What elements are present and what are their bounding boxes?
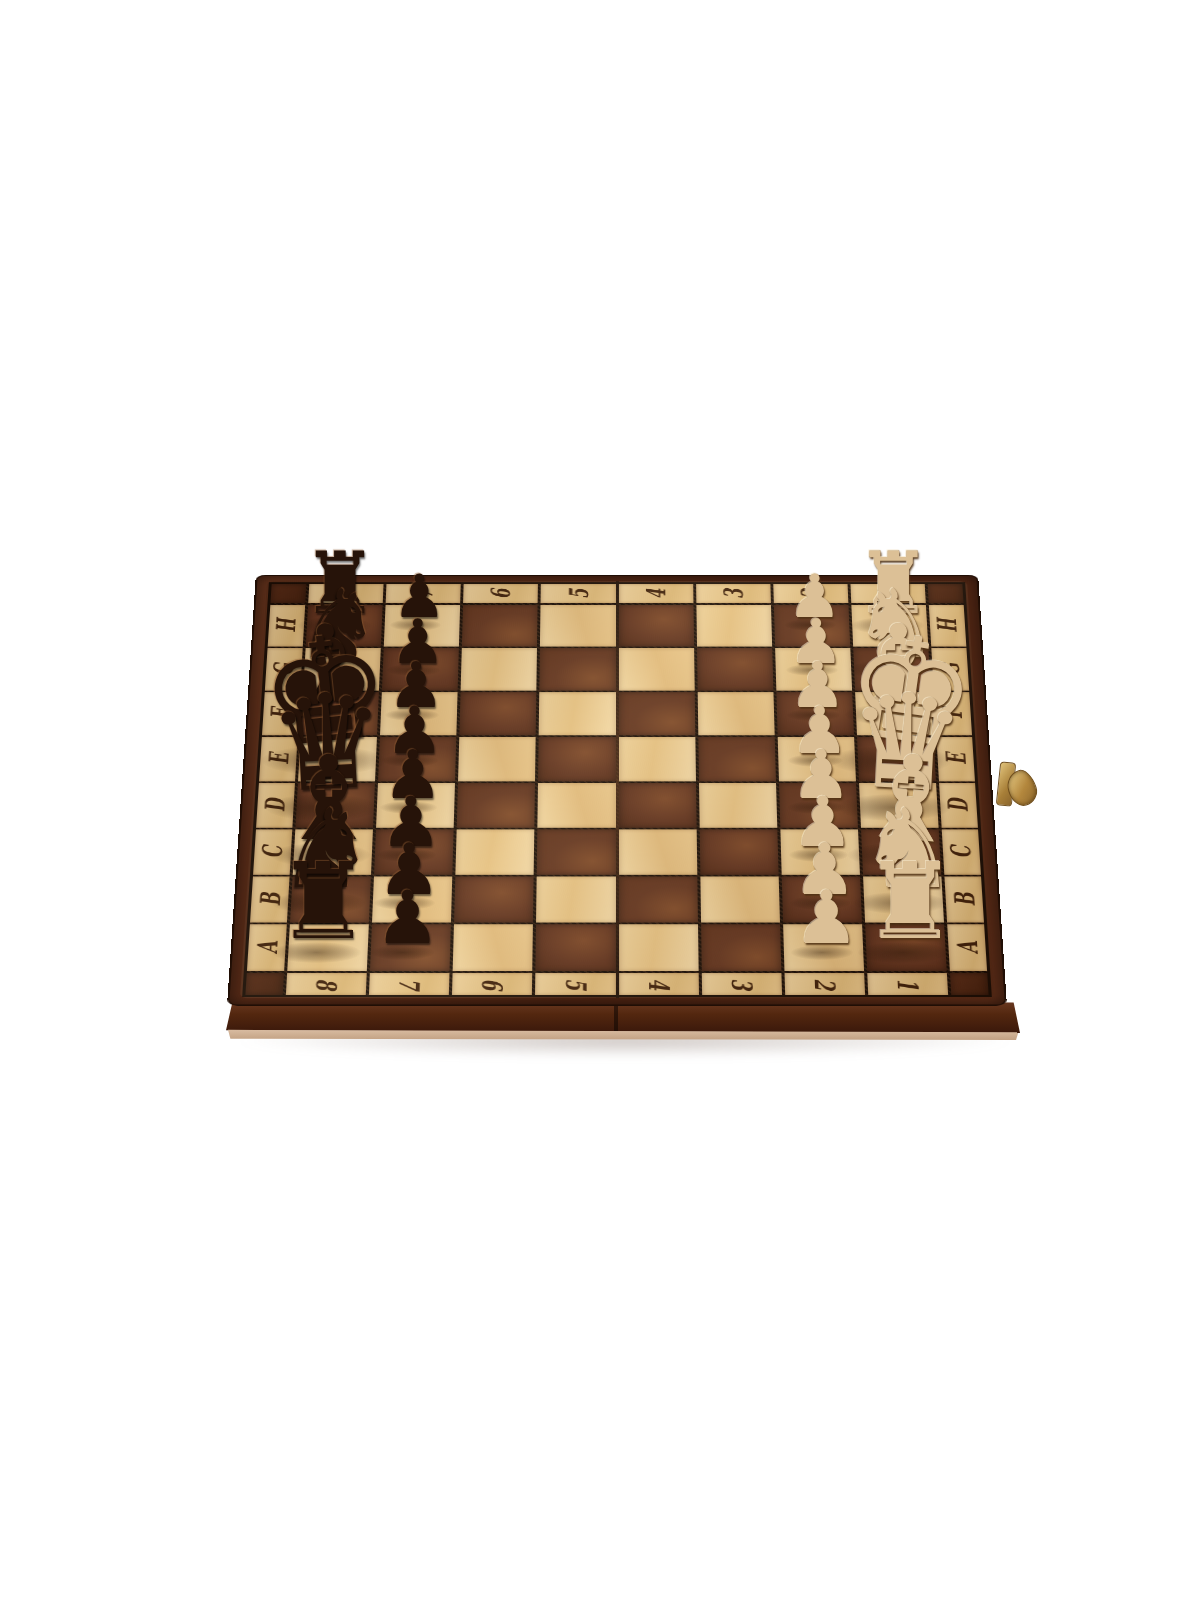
rank-label-far-7: 7 <box>386 584 461 603</box>
coordinate-label: 7 <box>410 589 436 599</box>
square-d7[interactable] <box>376 783 455 828</box>
square-c5[interactable] <box>537 829 615 874</box>
square-e5[interactable] <box>538 737 615 781</box>
square-g2[interactable] <box>775 648 852 690</box>
square-a3[interactable] <box>701 924 781 971</box>
square-g7[interactable] <box>382 648 459 690</box>
coordinate-label: 5 <box>565 589 591 599</box>
rank-label-near-5: 5 <box>535 973 615 995</box>
rank-label-far-1: 1 <box>850 584 925 603</box>
square-b4[interactable] <box>619 876 698 922</box>
square-f7[interactable] <box>380 692 458 735</box>
file-label-right-H: H <box>929 605 967 647</box>
coordinate-label: A <box>253 941 282 954</box>
square-h7[interactable] <box>384 605 460 647</box>
file-label-right-F: F <box>934 692 972 735</box>
square-b6[interactable] <box>454 876 534 922</box>
square-g8[interactable] <box>303 648 381 690</box>
square-e6[interactable] <box>458 737 536 781</box>
chess-board: 87654321HHGGFFEEDDCCBBAA87654321 <box>227 575 1007 1006</box>
square-h4[interactable] <box>618 605 693 647</box>
square-a7[interactable] <box>370 924 451 971</box>
coordinate-label: H <box>934 619 961 633</box>
square-h6[interactable] <box>462 605 538 647</box>
coordinate-label: 3 <box>727 978 755 990</box>
square-e4[interactable] <box>618 737 695 781</box>
coordinate-label: 5 <box>561 978 589 990</box>
square-e3[interactable] <box>698 737 776 781</box>
coordinate-label: 2 <box>810 978 838 990</box>
frame-corner <box>245 973 284 995</box>
square-a2[interactable] <box>783 924 864 971</box>
rank-label-near-2: 2 <box>784 973 865 995</box>
file-label-right-D: D <box>939 783 978 828</box>
square-a5[interactable] <box>536 924 616 971</box>
brass-clasp <box>996 756 1042 812</box>
coordinate-label: 6 <box>478 978 506 990</box>
square-d5[interactable] <box>538 783 616 828</box>
file-label-left-D: D <box>256 783 295 828</box>
square-g4[interactable] <box>618 648 694 690</box>
square-b2[interactable] <box>781 876 861 922</box>
square-c3[interactable] <box>699 829 778 874</box>
coordinate-label: F <box>939 709 966 720</box>
file-label-left-C: C <box>253 829 292 874</box>
rank-label-far-6: 6 <box>463 584 538 603</box>
square-a8[interactable] <box>287 924 369 971</box>
coordinate-label: 4 <box>644 978 672 990</box>
file-label-left-E: E <box>259 737 298 781</box>
coordinate-label: 8 <box>333 589 360 599</box>
square-c4[interactable] <box>619 829 697 874</box>
rank-label-near-7: 7 <box>369 973 450 995</box>
rank-label-near-6: 6 <box>452 973 532 995</box>
coordinate-label: 7 <box>395 978 423 990</box>
rank-label-near-4: 4 <box>619 973 699 995</box>
square-g3[interactable] <box>697 648 773 690</box>
rank-label-far-4: 4 <box>618 584 693 603</box>
file-label-right-G: G <box>931 648 969 690</box>
coordinate-label: D <box>944 798 972 812</box>
square-h5[interactable] <box>540 605 615 647</box>
square-d4[interactable] <box>619 783 697 828</box>
coordinate-label: 1 <box>893 978 922 990</box>
coordinate-label: F <box>267 709 294 720</box>
fold-seam-line <box>615 581 618 998</box>
file-label-right-B: B <box>944 876 984 922</box>
rank-label-far-5: 5 <box>541 584 616 603</box>
product-photo: 87654321HHGGFFEEDDCCBBAA87654321 ♜♞♝♛♚♝♞… <box>0 0 1200 1600</box>
coordinate-label: 8 <box>312 978 341 990</box>
file-label-right-C: C <box>942 829 981 874</box>
square-e2[interactable] <box>777 737 855 781</box>
square-c7[interactable] <box>374 829 454 874</box>
square-f1[interactable] <box>855 692 933 735</box>
rank-label-far-2: 2 <box>773 584 848 603</box>
file-label-left-G: G <box>265 648 303 690</box>
coordinate-label: E <box>942 753 970 765</box>
square-f5[interactable] <box>539 692 615 735</box>
coordinate-label: H <box>273 619 300 633</box>
frame-corner <box>270 584 306 603</box>
rank-label-near-1: 1 <box>867 973 948 995</box>
coordinate-label: 1 <box>875 589 902 599</box>
coordinate-label: B <box>950 892 978 906</box>
square-g1[interactable] <box>853 648 931 690</box>
coordinate-label: 3 <box>720 589 746 599</box>
square-e1[interactable] <box>857 737 936 781</box>
coordinate-label: E <box>265 753 293 765</box>
coordinate-label: B <box>256 892 284 906</box>
square-c8[interactable] <box>293 829 373 874</box>
square-h3[interactable] <box>696 605 772 647</box>
frame-corner <box>928 584 964 603</box>
frame-corner <box>950 973 989 995</box>
square-a1[interactable] <box>865 924 947 971</box>
coordinate-label: G <box>270 663 297 676</box>
square-b7[interactable] <box>372 876 452 922</box>
square-g6[interactable] <box>461 648 537 690</box>
square-b1[interactable] <box>863 876 944 922</box>
square-c1[interactable] <box>861 829 941 874</box>
square-c6[interactable] <box>456 829 535 874</box>
coordinate-label: A <box>953 941 982 954</box>
coordinate-label: 2 <box>797 589 823 599</box>
coordinate-label: D <box>262 798 290 812</box>
square-a6[interactable] <box>453 924 533 971</box>
file-label-left-F: F <box>262 692 300 735</box>
coordinate-label: 6 <box>488 589 514 599</box>
square-d1[interactable] <box>859 783 939 828</box>
coordinate-label: 4 <box>643 589 669 599</box>
square-b3[interactable] <box>700 876 780 922</box>
coordinate-label: C <box>259 845 287 858</box>
square-h2[interactable] <box>774 605 850 647</box>
square-f6[interactable] <box>460 692 537 735</box>
square-b8[interactable] <box>290 876 371 922</box>
square-h8[interactable] <box>306 605 383 647</box>
square-d6[interactable] <box>457 783 535 828</box>
square-f8[interactable] <box>301 692 379 735</box>
coordinate-label: C <box>947 845 975 858</box>
square-f3[interactable] <box>697 692 774 735</box>
square-f4[interactable] <box>618 692 694 735</box>
rank-label-far-8: 8 <box>308 584 383 603</box>
square-g5[interactable] <box>540 648 616 690</box>
square-e8[interactable] <box>298 737 377 781</box>
rank-label-near-8: 8 <box>286 973 367 995</box>
square-d2[interactable] <box>779 783 858 828</box>
square-d3[interactable] <box>699 783 777 828</box>
file-label-left-A: A <box>247 924 287 971</box>
file-label-left-H: H <box>268 605 306 647</box>
square-f2[interactable] <box>776 692 854 735</box>
square-b5[interactable] <box>536 876 615 922</box>
square-h1[interactable] <box>851 605 928 647</box>
square-a4[interactable] <box>619 924 699 971</box>
file-label-right-A: A <box>947 924 987 971</box>
square-d8[interactable] <box>295 783 375 828</box>
file-label-right-E: E <box>936 737 975 781</box>
square-e7[interactable] <box>378 737 456 781</box>
coordinate-label: G <box>937 663 964 676</box>
rank-label-far-3: 3 <box>696 584 771 603</box>
rank-label-near-3: 3 <box>701 973 781 995</box>
file-label-left-B: B <box>250 876 290 922</box>
square-c2[interactable] <box>780 829 860 874</box>
